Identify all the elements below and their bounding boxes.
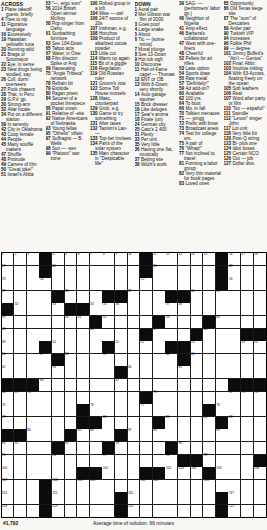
grid-cell[interactable] bbox=[191, 442, 203, 454]
grid-cell[interactable] bbox=[178, 492, 190, 504]
grid-cell[interactable] bbox=[14, 278, 26, 290]
grid-cell[interactable] bbox=[191, 366, 203, 378]
grid-cell[interactable] bbox=[216, 366, 228, 378]
grid-cell[interactable] bbox=[27, 480, 39, 492]
grid-cell[interactable] bbox=[228, 291, 240, 303]
grid-cell[interactable] bbox=[65, 492, 77, 504]
grid-cell[interactable] bbox=[77, 455, 89, 467]
grid-cell[interactable]: 45 bbox=[2, 329, 14, 341]
grid-cell[interactable]: 39 bbox=[2, 316, 14, 328]
grid-cell[interactable]: 13 bbox=[178, 253, 190, 265]
grid-cell[interactable]: 97 bbox=[102, 455, 114, 467]
grid-cell[interactable] bbox=[52, 316, 64, 328]
grid-cell[interactable] bbox=[178, 417, 190, 429]
grid-cell[interactable]: 54 bbox=[241, 341, 253, 353]
grid-cell[interactable] bbox=[254, 354, 266, 366]
grid-cell[interactable]: 42 bbox=[102, 316, 114, 328]
grid-cell[interactable]: 102 bbox=[165, 467, 177, 479]
grid-cell[interactable] bbox=[77, 354, 89, 366]
grid-cell[interactable] bbox=[39, 329, 51, 341]
grid-cell[interactable] bbox=[254, 404, 266, 416]
grid-cell[interactable] bbox=[14, 480, 26, 492]
grid-cell[interactable] bbox=[115, 329, 127, 341]
grid-cell[interactable] bbox=[14, 366, 26, 378]
grid-cell[interactable] bbox=[165, 429, 177, 441]
grid-cell[interactable]: 6 bbox=[77, 253, 89, 265]
grid-cell[interactable] bbox=[128, 404, 140, 416]
grid-cell[interactable] bbox=[254, 442, 266, 454]
grid-cell[interactable]: 41 bbox=[77, 316, 89, 328]
grid-cell[interactable] bbox=[203, 366, 215, 378]
grid-cell[interactable]: 7 bbox=[90, 253, 102, 265]
grid-cell[interactable]: 103 bbox=[178, 467, 190, 479]
grid-cell[interactable] bbox=[254, 429, 266, 441]
grid-cell[interactable] bbox=[153, 341, 165, 353]
grid-cell[interactable]: 91 bbox=[14, 442, 26, 454]
grid-cell[interactable]: 58 bbox=[65, 354, 77, 366]
grid-cell[interactable] bbox=[228, 429, 240, 441]
grid-cell[interactable] bbox=[140, 354, 152, 366]
grid-cell[interactable] bbox=[14, 492, 26, 504]
grid-cell[interactable] bbox=[65, 266, 77, 278]
grid-cell[interactable] bbox=[128, 455, 140, 467]
grid-cell[interactable]: 67 bbox=[115, 379, 127, 391]
grid-cell[interactable] bbox=[65, 278, 77, 290]
grid-cell[interactable] bbox=[216, 392, 228, 404]
grid-cell[interactable]: 47 bbox=[153, 329, 165, 341]
grid-cell[interactable]: 69 bbox=[14, 392, 26, 404]
grid-cell[interactable]: 108 bbox=[52, 480, 64, 492]
grid-cell[interactable] bbox=[27, 455, 39, 467]
grid-cell[interactable] bbox=[228, 480, 240, 492]
grid-cell[interactable] bbox=[39, 392, 51, 404]
grid-cell[interactable]: 72 bbox=[228, 392, 240, 404]
grid-cell[interactable] bbox=[102, 492, 114, 504]
grid-cell[interactable]: 78 bbox=[216, 404, 228, 416]
grid-cell[interactable] bbox=[140, 379, 152, 391]
grid-cell[interactable]: 117 bbox=[228, 492, 240, 504]
grid-cell[interactable] bbox=[77, 366, 89, 378]
grid-cell[interactable]: 68 bbox=[2, 392, 14, 404]
grid-cell[interactable] bbox=[65, 366, 77, 378]
grid-cell[interactable] bbox=[115, 467, 127, 479]
grid-cell[interactable] bbox=[39, 316, 51, 328]
grid-cell[interactable] bbox=[254, 505, 266, 517]
grid-cell[interactable] bbox=[115, 417, 127, 429]
grid-cell[interactable] bbox=[216, 329, 228, 341]
grid-cell[interactable] bbox=[65, 379, 77, 391]
grid-cell[interactable] bbox=[191, 379, 203, 391]
grid-cell[interactable] bbox=[27, 366, 39, 378]
grid-cell[interactable] bbox=[90, 442, 102, 454]
grid-cell[interactable] bbox=[165, 392, 177, 404]
grid-cell[interactable]: 28 bbox=[65, 291, 77, 303]
grid-cell[interactable]: 110 bbox=[90, 480, 102, 492]
grid-cell[interactable] bbox=[77, 392, 89, 404]
grid-cell[interactable] bbox=[203, 429, 215, 441]
grid-cell[interactable]: 87 bbox=[128, 429, 140, 441]
grid-cell[interactable]: 38 bbox=[178, 303, 190, 315]
grid-cell[interactable] bbox=[178, 278, 190, 290]
grid-cell[interactable] bbox=[90, 354, 102, 366]
grid-cell[interactable] bbox=[14, 417, 26, 429]
grid-cell[interactable] bbox=[90, 278, 102, 290]
grid-cell[interactable] bbox=[178, 429, 190, 441]
grid-cell[interactable]: 15 bbox=[203, 253, 215, 265]
grid-cell[interactable] bbox=[115, 480, 127, 492]
grid-cell[interactable]: 85 bbox=[77, 429, 89, 441]
grid-cell[interactable] bbox=[178, 379, 190, 391]
grid-cell[interactable] bbox=[254, 291, 266, 303]
grid-cell[interactable]: 94 bbox=[178, 442, 190, 454]
grid-cell[interactable]: 112 bbox=[153, 480, 165, 492]
grid-cell[interactable] bbox=[128, 354, 140, 366]
grid-cell[interactable]: 31 bbox=[216, 291, 228, 303]
grid-cell[interactable]: 57 bbox=[39, 354, 51, 366]
grid-cell[interactable] bbox=[115, 316, 127, 328]
grid-cell[interactable] bbox=[52, 329, 64, 341]
grid-cell[interactable] bbox=[128, 303, 140, 315]
grid-cell[interactable] bbox=[140, 505, 152, 517]
grid-cell[interactable] bbox=[128, 392, 140, 404]
grid-cell[interactable] bbox=[191, 404, 203, 416]
grid-cell[interactable] bbox=[27, 341, 39, 353]
grid-cell[interactable] bbox=[27, 442, 39, 454]
grid-cell[interactable] bbox=[191, 316, 203, 328]
grid-cell[interactable] bbox=[228, 354, 240, 366]
grid-cell[interactable] bbox=[216, 442, 228, 454]
grid-cell[interactable] bbox=[52, 417, 64, 429]
grid-cell[interactable] bbox=[241, 291, 253, 303]
grid-cell[interactable]: 22 bbox=[228, 266, 240, 278]
grid-cell[interactable] bbox=[102, 379, 114, 391]
grid-cell[interactable] bbox=[77, 341, 89, 353]
grid-cell[interactable]: 79 bbox=[2, 417, 14, 429]
grid-cell[interactable] bbox=[77, 266, 89, 278]
grid-cell[interactable] bbox=[241, 278, 253, 290]
grid-cell[interactable] bbox=[27, 316, 39, 328]
grid-cell[interactable] bbox=[228, 404, 240, 416]
grid-cell[interactable] bbox=[153, 354, 165, 366]
grid-cell[interactable] bbox=[153, 404, 165, 416]
grid-cell[interactable] bbox=[14, 455, 26, 467]
grid-cell[interactable]: 37 bbox=[165, 303, 177, 315]
grid-cell[interactable] bbox=[27, 329, 39, 341]
grid-cell[interactable] bbox=[77, 505, 89, 517]
grid-cell[interactable]: 55 bbox=[254, 341, 266, 353]
grid-cell[interactable] bbox=[241, 417, 253, 429]
grid-cell[interactable] bbox=[216, 341, 228, 353]
grid-cell[interactable] bbox=[27, 505, 39, 517]
grid-cell[interactable]: 118 bbox=[2, 505, 14, 517]
grid-cell[interactable] bbox=[39, 429, 51, 441]
grid-cell[interactable] bbox=[153, 366, 165, 378]
grid-cell[interactable] bbox=[254, 303, 266, 315]
grid-cell[interactable] bbox=[203, 392, 215, 404]
grid-cell[interactable] bbox=[128, 417, 140, 429]
grid-cell[interactable]: 80 bbox=[102, 417, 114, 429]
grid-cell[interactable]: 49 bbox=[2, 341, 14, 353]
grid-cell[interactable] bbox=[39, 442, 51, 454]
grid-cell[interactable] bbox=[178, 505, 190, 517]
grid-cell[interactable]: 70 bbox=[27, 392, 39, 404]
grid-cell[interactable] bbox=[90, 392, 102, 404]
grid-cell[interactable]: 99 bbox=[203, 455, 215, 467]
grid-cell[interactable] bbox=[128, 480, 140, 492]
grid-cell[interactable] bbox=[102, 278, 114, 290]
grid-cell[interactable] bbox=[165, 329, 177, 341]
grid-cell[interactable] bbox=[228, 366, 240, 378]
grid-cell[interactable] bbox=[14, 341, 26, 353]
grid-cell[interactable]: 119 bbox=[52, 505, 64, 517]
grid-cell[interactable] bbox=[128, 442, 140, 454]
grid-cell[interactable] bbox=[191, 266, 203, 278]
grid-cell[interactable] bbox=[65, 480, 77, 492]
grid-cell[interactable] bbox=[191, 392, 203, 404]
grid-cell[interactable] bbox=[254, 480, 266, 492]
grid-cell[interactable] bbox=[14, 404, 26, 416]
grid-cell[interactable] bbox=[77, 492, 89, 504]
grid-cell[interactable]: 71 bbox=[153, 392, 165, 404]
grid-cell[interactable] bbox=[77, 291, 89, 303]
grid-cell[interactable]: 24 bbox=[39, 278, 51, 290]
grid-cell[interactable] bbox=[140, 455, 152, 467]
grid-cell[interactable] bbox=[90, 341, 102, 353]
grid-cell[interactable] bbox=[115, 354, 127, 366]
grid-cell[interactable] bbox=[203, 354, 215, 366]
grid-cell[interactable] bbox=[203, 266, 215, 278]
grid-cell[interactable]: 120 bbox=[128, 505, 140, 517]
grid-cell[interactable]: 121 bbox=[228, 505, 240, 517]
grid-cell[interactable]: 16 bbox=[228, 253, 240, 265]
grid-cell[interactable] bbox=[140, 417, 152, 429]
grid-cell[interactable]: 62 bbox=[2, 366, 14, 378]
grid-cell[interactable]: 34 bbox=[90, 303, 102, 315]
grid-cell[interactable] bbox=[191, 278, 203, 290]
grid-cell[interactable] bbox=[178, 329, 190, 341]
grid-cell[interactable]: 61 bbox=[191, 354, 203, 366]
grid-cell[interactable] bbox=[241, 303, 253, 315]
grid-cell[interactable]: 43 bbox=[165, 316, 177, 328]
grid-cell[interactable] bbox=[128, 379, 140, 391]
grid-cell[interactable]: 73 bbox=[241, 392, 253, 404]
grid-cell[interactable] bbox=[115, 392, 127, 404]
grid-cell[interactable] bbox=[140, 442, 152, 454]
grid-cell[interactable] bbox=[241, 492, 253, 504]
grid-cell[interactable] bbox=[191, 480, 203, 492]
grid-cell[interactable]: 104 bbox=[191, 467, 203, 479]
grid-cell[interactable]: 18 bbox=[254, 253, 266, 265]
grid-cell[interactable] bbox=[39, 291, 51, 303]
grid-cell[interactable] bbox=[228, 442, 240, 454]
grid-cell[interactable]: 4 bbox=[52, 253, 64, 265]
grid-cell[interactable] bbox=[241, 354, 253, 366]
grid-cell[interactable] bbox=[102, 429, 114, 441]
grid-cell[interactable] bbox=[228, 329, 240, 341]
grid-cell[interactable] bbox=[102, 404, 114, 416]
grid-cell[interactable] bbox=[39, 404, 51, 416]
grid-cell[interactable] bbox=[241, 266, 253, 278]
grid-cell[interactable] bbox=[178, 480, 190, 492]
grid-cell[interactable] bbox=[216, 455, 228, 467]
grid-cell[interactable] bbox=[65, 341, 77, 353]
grid-cell[interactable] bbox=[65, 467, 77, 479]
grid-cell[interactable]: 106 bbox=[254, 467, 266, 479]
grid-cell[interactable] bbox=[128, 467, 140, 479]
grid-cell[interactable] bbox=[27, 404, 39, 416]
grid-cell[interactable] bbox=[165, 480, 177, 492]
grid-cell[interactable]: 105 bbox=[216, 467, 228, 479]
grid-cell[interactable] bbox=[102, 366, 114, 378]
grid-cell[interactable]: 29 bbox=[128, 291, 140, 303]
grid-cell[interactable]: 3 bbox=[27, 253, 39, 265]
grid-cell[interactable]: 10 bbox=[128, 253, 140, 265]
grid-cell[interactable] bbox=[203, 303, 215, 315]
grid-cell[interactable]: 60 bbox=[165, 354, 177, 366]
grid-cell[interactable] bbox=[128, 329, 140, 341]
grid-cell[interactable] bbox=[203, 492, 215, 504]
grid-cell[interactable] bbox=[228, 467, 240, 479]
grid-cell[interactable] bbox=[27, 266, 39, 278]
grid-cell[interactable] bbox=[216, 303, 228, 315]
grid-cell[interactable]: 35 bbox=[102, 303, 114, 315]
grid-cell[interactable] bbox=[228, 455, 240, 467]
grid-cell[interactable] bbox=[153, 455, 165, 467]
grid-cell[interactable]: 86 bbox=[90, 429, 102, 441]
grid-cell[interactable]: 36 bbox=[115, 303, 127, 315]
grid-cell[interactable]: 14 bbox=[191, 253, 203, 265]
grid-cell[interactable] bbox=[178, 316, 190, 328]
grid-cell[interactable]: 21 bbox=[153, 266, 165, 278]
grid-cell[interactable] bbox=[77, 278, 89, 290]
grid-cell[interactable] bbox=[102, 392, 114, 404]
grid-cell[interactable]: 25 bbox=[140, 278, 152, 290]
grid-cell[interactable] bbox=[52, 467, 64, 479]
grid-cell[interactable]: 109 bbox=[77, 480, 89, 492]
grid-cell[interactable] bbox=[90, 266, 102, 278]
grid-cell[interactable] bbox=[254, 266, 266, 278]
grid-cell[interactable] bbox=[165, 278, 177, 290]
grid-cell[interactable]: 100 bbox=[2, 467, 14, 479]
grid-cell[interactable] bbox=[115, 455, 127, 467]
grid-cell[interactable] bbox=[115, 266, 127, 278]
grid-cell[interactable]: 96 bbox=[52, 455, 64, 467]
grid-cell[interactable]: 26 bbox=[228, 278, 240, 290]
grid-cell[interactable]: 32 bbox=[14, 303, 26, 315]
grid-cell[interactable] bbox=[27, 417, 39, 429]
grid-cell[interactable] bbox=[65, 404, 77, 416]
grid-cell[interactable] bbox=[39, 366, 51, 378]
grid-cell[interactable]: 59 bbox=[102, 354, 114, 366]
grid-cell[interactable] bbox=[140, 492, 152, 504]
grid-cell[interactable] bbox=[39, 455, 51, 467]
grid-cell[interactable]: 11 bbox=[153, 253, 165, 265]
grid-cell[interactable] bbox=[241, 442, 253, 454]
grid-cell[interactable] bbox=[165, 404, 177, 416]
grid-cell[interactable] bbox=[27, 291, 39, 303]
grid-cell[interactable] bbox=[102, 480, 114, 492]
grid-cell[interactable] bbox=[115, 404, 127, 416]
grid-cell[interactable] bbox=[216, 480, 228, 492]
grid-cell[interactable] bbox=[14, 329, 26, 341]
grid-cell[interactable] bbox=[153, 278, 165, 290]
grid-cell[interactable] bbox=[27, 492, 39, 504]
grid-cell[interactable]: 56 bbox=[2, 354, 14, 366]
grid-cell[interactable] bbox=[140, 316, 152, 328]
grid-cell[interactable]: 82 bbox=[203, 417, 215, 429]
grid-cell[interactable] bbox=[228, 341, 240, 353]
grid-cell[interactable]: 77 bbox=[140, 404, 152, 416]
grid-cell[interactable] bbox=[27, 303, 39, 315]
grid-cell[interactable] bbox=[140, 303, 152, 315]
grid-cell[interactable] bbox=[128, 341, 140, 353]
grid-cell[interactable] bbox=[77, 442, 89, 454]
grid-cell[interactable]: 27 bbox=[2, 291, 14, 303]
grid-cell[interactable] bbox=[203, 341, 215, 353]
grid-cell[interactable] bbox=[14, 291, 26, 303]
grid-cell[interactable] bbox=[14, 505, 26, 517]
grid-cell[interactable]: 48 bbox=[203, 329, 215, 341]
grid-cell[interactable]: 98 bbox=[165, 455, 177, 467]
grid-cell[interactable] bbox=[191, 492, 203, 504]
grid-cell[interactable]: 63 bbox=[52, 366, 64, 378]
grid-cell[interactable]: 115 bbox=[52, 492, 64, 504]
grid-cell[interactable] bbox=[39, 417, 51, 429]
grid-cell[interactable] bbox=[14, 354, 26, 366]
grid-cell[interactable]: 23 bbox=[2, 278, 14, 290]
grid-cell[interactable]: 53 bbox=[191, 341, 203, 353]
grid-cell[interactable]: 12 bbox=[165, 253, 177, 265]
grid-cell[interactable]: 113 bbox=[203, 480, 215, 492]
grid-cell[interactable] bbox=[153, 379, 165, 391]
grid-cell[interactable]: 46 bbox=[90, 329, 102, 341]
grid-cell[interactable] bbox=[203, 442, 215, 454]
grid-cell[interactable]: 111 bbox=[140, 480, 152, 492]
grid-cell[interactable] bbox=[228, 303, 240, 315]
grid-cell[interactable]: 30 bbox=[191, 291, 203, 303]
grid-cell[interactable] bbox=[241, 366, 253, 378]
grid-cell[interactable] bbox=[14, 316, 26, 328]
grid-cell[interactable] bbox=[77, 379, 89, 391]
grid-cell[interactable] bbox=[52, 392, 64, 404]
grid-cell[interactable] bbox=[241, 505, 253, 517]
grid-cell[interactable]: 8 bbox=[102, 253, 114, 265]
grid-cell[interactable] bbox=[65, 417, 77, 429]
grid-cell[interactable] bbox=[77, 329, 89, 341]
grid-cell[interactable] bbox=[102, 329, 114, 341]
grid-cell[interactable] bbox=[27, 278, 39, 290]
grid-cell[interactable] bbox=[65, 505, 77, 517]
grid-cell[interactable] bbox=[203, 291, 215, 303]
grid-cell[interactable] bbox=[153, 442, 165, 454]
grid-cell[interactable]: 19 bbox=[2, 266, 14, 278]
grid-cell[interactable] bbox=[39, 467, 51, 479]
grid-cell[interactable] bbox=[14, 266, 26, 278]
grid-cell[interactable] bbox=[241, 429, 253, 441]
grid-cell[interactable]: 2 bbox=[14, 253, 26, 265]
grid-cell[interactable] bbox=[191, 429, 203, 441]
grid-cell[interactable] bbox=[128, 316, 140, 328]
grid-cell[interactable] bbox=[52, 379, 64, 391]
grid-cell[interactable] bbox=[90, 492, 102, 504]
grid-cell[interactable] bbox=[165, 366, 177, 378]
grid-cell[interactable]: 92 bbox=[65, 442, 77, 454]
grid-cell[interactable] bbox=[165, 266, 177, 278]
grid-cell[interactable]: 9 bbox=[115, 253, 127, 265]
grid-cell[interactable] bbox=[241, 404, 253, 416]
grid-cell[interactable] bbox=[216, 354, 228, 366]
grid-cell[interactable] bbox=[241, 467, 253, 479]
